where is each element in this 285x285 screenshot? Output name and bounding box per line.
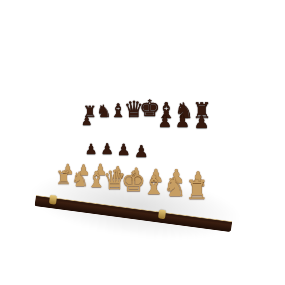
coordinate-file-f-far: F [164,106,173,110]
piece-black-pawn: ♟ [85,142,98,156]
square-d8 [126,112,144,121]
coordinate-rank-3-right: 3 [214,168,225,175]
chess-set-photo: AA88BB77⁘⁘⁘⁘CC66⁘⁘⁘⁘DD55⁘⁘⁘⁘EE44⁘⁘⁘⁘FF33… [0,0,285,285]
square-f3 [148,161,169,174]
piece-black-pawn: ♟ [134,143,149,159]
border-dot-ornament: ⁘ [71,127,75,129]
border-dot-ornament: ⁘ [218,141,223,144]
coordinate-file-b-far: B [103,107,111,111]
border-dot-ornament: ⁘ [64,145,68,148]
square-b7 [93,120,110,129]
square-e7 [139,121,158,130]
square-h7 [192,121,212,131]
square-e4 [132,149,152,161]
border-dot-ornament: ⁘ [142,108,146,110]
coordinate-rank-5-left: 5 [63,139,72,144]
piece-black-queen: ♛ [124,98,144,120]
square-g7 [173,121,192,131]
square-b3 [79,157,98,169]
piece-black-bishop: ♝ [110,101,127,120]
square-g4 [169,151,190,163]
square-a3 [64,156,83,167]
coordinate-rank-5-right: 5 [215,145,225,151]
square-b8 [96,112,113,120]
border-dot-ornament: ⁘ [67,136,71,138]
piece-black-pawn: ♟ [158,114,172,130]
square-c5 [102,138,121,148]
square-a7 [79,120,96,129]
coordinate-file-g-far: G [181,106,190,110]
piece-black-pawn: ♟ [100,143,113,158]
piece-black-pawn: ♟ [175,113,190,130]
border-dot-ornament: ⁘ [59,154,63,157]
square-g3 [167,162,189,176]
border-dot-ornament: ⁘ [99,108,103,110]
square-a8 [82,112,99,120]
border-dot-ornament: ⁘ [175,107,179,109]
square-c8 [111,112,128,120]
square-e5 [134,139,154,150]
square-h4 [189,152,211,165]
square-a4 [68,146,86,156]
border-dot-ornament: ⁘ [218,120,222,123]
brass-hinge-left [49,195,57,205]
border-dot-ornament: ⁘ [192,107,196,109]
square-e3 [129,160,150,173]
square-d3 [112,159,132,171]
square-d6 [120,130,139,140]
square-b4 [83,147,102,158]
coordinate-file-h-far: H [198,106,207,110]
coordinate-file-c-far: C [118,107,126,111]
coordinate-file-e-far: E [148,107,156,111]
piece-black-king: ♚ [139,97,160,120]
square-a5 [72,137,90,147]
square-c7 [108,121,126,130]
piece-black-pawn: ♟ [117,143,131,159]
square-g8 [175,112,194,121]
piece-black-pawn: ♟ [194,113,210,131]
coordinate-rank-4-left: 4 [59,148,68,153]
piece-black-bishop: ♝ [157,99,176,121]
coordinate-file-a-far: A [90,107,98,111]
square-d4 [115,148,135,159]
square-h3 [188,164,210,178]
square-b6 [90,129,108,138]
coordinate-rank-6-left: 6 [67,131,75,135]
square-h6 [191,131,211,142]
piece-black-rook: ♜ [193,100,212,122]
square-f5 [152,140,172,151]
coordinate-rank-7-left: 7 [71,122,79,126]
square-g6 [172,131,192,142]
coordinate-rank-3-left: 3 [55,158,64,163]
square-f4 [150,150,171,162]
border-dot-ornament: ⁘ [218,164,223,168]
square-c4 [98,148,117,159]
piece-black-knight: ♞ [96,103,112,120]
square-e8 [141,112,159,121]
square-d7 [123,121,141,130]
square-f7 [156,121,175,131]
square-e6 [137,130,156,140]
pieces-layer: ♜♞♝♛♚♝♞♜♟♟♟♟♟♟♟♟♟♟♟♟♟♟♟♟♜♞♝♛♚♝♞♜ [0,0,285,285]
coordinate-rank-4-right: 4 [215,156,226,162]
square-h8 [193,112,212,121]
border-dot-ornament: ⁘ [218,152,223,155]
corner-rosette [215,105,227,111]
piece-black-knight: ♞ [174,99,193,121]
square-d5 [118,139,137,150]
piece-black-pawn: ♟ [81,115,92,128]
border-dot-ornament: ⁘ [158,107,162,109]
coordinate-rank-7-right: 7 [216,124,226,129]
coordinate-file-d-far: D [132,107,140,111]
square-a6 [76,129,94,138]
piece-black-rook: ♜ [83,104,97,120]
brass-hinge-center [158,209,166,219]
coordinate-rank-8-left: 8 [74,115,82,119]
square-c6 [105,129,123,139]
square-b5 [86,138,104,148]
border-dot-ornament: ⁘ [75,119,79,121]
border-dot-ornament: ⁘ [127,108,131,110]
square-f8 [158,112,176,121]
square-f6 [154,130,173,140]
square-h5 [190,141,211,153]
coordinate-rank-6-right: 6 [215,134,225,139]
border-dot-ornament: ⁘ [113,108,117,110]
border-dot-ornament: ⁘ [217,176,222,180]
square-c3 [95,158,115,170]
square-g5 [171,141,191,152]
border-dot-ornament: ⁘ [218,130,222,133]
coordinate-rank-8-right: 8 [216,115,225,120]
corner-rosette [76,107,86,112]
